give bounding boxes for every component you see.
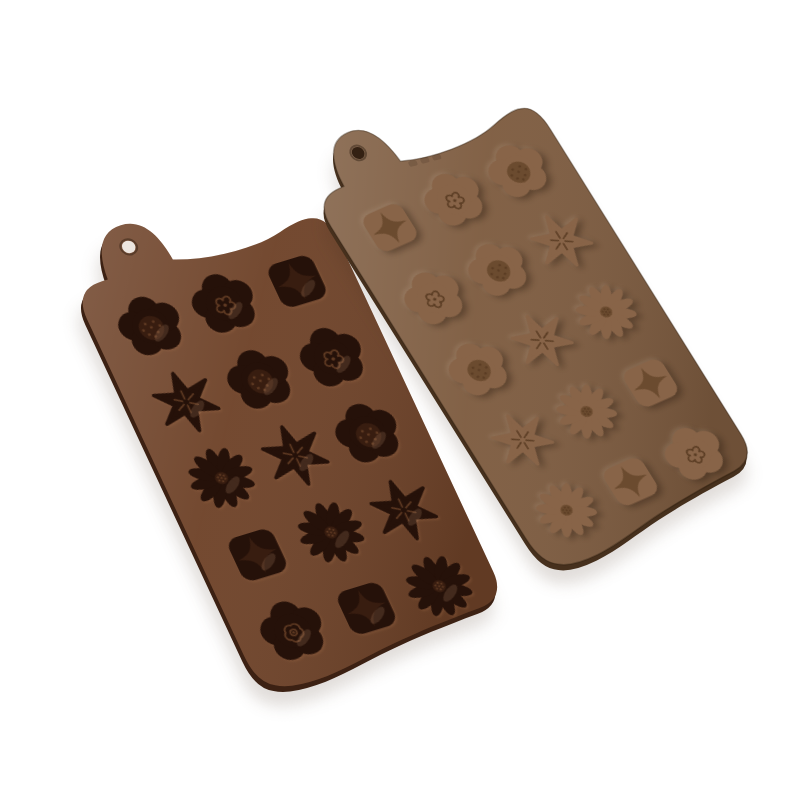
product-photo-scene <box>0 0 800 800</box>
